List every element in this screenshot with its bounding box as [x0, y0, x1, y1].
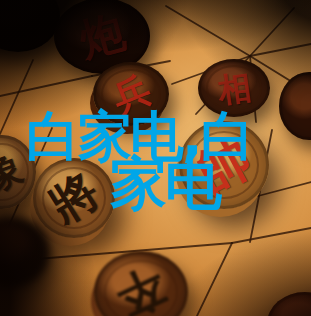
piece-character: 兵: [107, 70, 155, 118]
piece-character: 卒: [110, 261, 172, 316]
grid-line: [258, 182, 311, 196]
palace-diagonal: [166, 6, 250, 56]
grid-line: [196, 243, 232, 316]
piece-character: 帥: [190, 131, 259, 200]
piece-red-elephant: 相: [198, 59, 270, 117]
piece-character: 炮: [75, 9, 129, 63]
photo-screenshot: 炮兵相帥象將卒 白家电,白 家电: [0, 0, 311, 316]
piece-character: 將: [42, 166, 105, 229]
piece-red-general: 帥: [179, 121, 269, 209]
piece-black-general: 將: [33, 158, 115, 238]
piece-character: 相: [215, 69, 252, 106]
piece-red-soldier: 兵: [93, 62, 169, 126]
grid-line: [232, 228, 311, 243]
grid-line: [0, 60, 33, 134]
grid-line: [0, 76, 92, 96]
piece-character: 象: [0, 147, 27, 197]
